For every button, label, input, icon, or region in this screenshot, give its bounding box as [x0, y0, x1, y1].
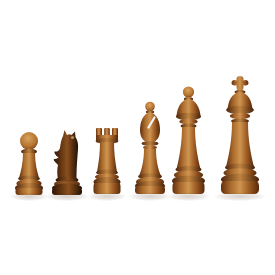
pawn-piece	[14, 130, 44, 196]
rook-silhouette	[92, 126, 122, 196]
rook-shadow	[88, 192, 125, 201]
king-cross-finial	[232, 76, 249, 91]
bishop-piece	[133, 100, 167, 196]
bishop-silhouette	[133, 100, 167, 196]
knight-shadow	[45, 192, 90, 201]
product-photo-stage	[0, 0, 275, 275]
queen-piece	[171, 85, 206, 196]
queen-shadow	[167, 192, 210, 201]
pawn-silhouette	[14, 130, 44, 196]
bishop-shadow	[129, 192, 171, 201]
queen-silhouette	[171, 85, 206, 196]
knight-silhouette	[49, 124, 85, 196]
rook-piece	[92, 126, 122, 196]
king-shadow	[214, 192, 266, 201]
piece-lineup	[0, 75, 275, 196]
knight-piece	[49, 124, 85, 196]
king-piece	[219, 75, 261, 196]
king-silhouette	[219, 75, 261, 196]
pawn-shadow	[10, 192, 47, 201]
